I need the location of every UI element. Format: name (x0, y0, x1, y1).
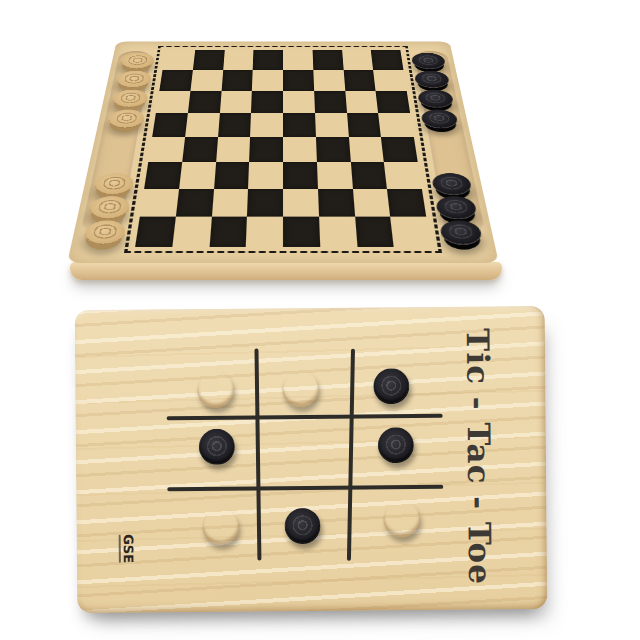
checkers-square (371, 50, 403, 70)
checkers-square (317, 162, 353, 189)
checkers-square (148, 137, 185, 162)
checkers-square (352, 189, 390, 217)
wood-checker-piece (111, 90, 149, 108)
product-photo-stage: Tic - Tac - Toe GSE (0, 0, 640, 640)
wood-checker-piece (107, 110, 146, 129)
wood-checker-on-tictactoe (197, 372, 233, 408)
checkers-square (211, 189, 248, 217)
checkers-square (176, 189, 214, 217)
checkers-square (249, 137, 283, 162)
checkers-square (316, 137, 351, 162)
checkers-square (188, 91, 222, 113)
checkers-square (223, 50, 254, 70)
checkers-board (67, 42, 499, 264)
checkers-square (221, 70, 253, 91)
black-checker-on-tictactoe (199, 429, 235, 465)
checkers-board-side-edge (70, 262, 502, 280)
checkers-square (135, 217, 175, 247)
checkers-square (283, 50, 313, 70)
checkers-square (373, 70, 406, 91)
checkers-square (144, 162, 182, 189)
wood-checker-on-tictactoe (202, 509, 238, 545)
ttt-grid-line-horizontal-1 (167, 414, 443, 420)
gse-logo-tagline-mark (119, 535, 121, 563)
checkers-square (250, 113, 283, 137)
wood-checker-on-tictactoe (282, 371, 318, 407)
checkers-square (251, 91, 283, 113)
checkers-square (378, 113, 413, 137)
checkers-square (387, 189, 426, 217)
checkers-square (253, 50, 283, 70)
checkers-square (318, 189, 355, 217)
checkers-square (315, 113, 349, 137)
checkers-square (252, 70, 283, 91)
gse-logo-text: GSE (122, 531, 134, 567)
checkers-square (283, 137, 317, 162)
tictactoe-board: Tic - Tac - Toe GSE (75, 306, 548, 613)
tictactoe-title: Tic - Tac - Toe (456, 326, 502, 586)
checkers-square (381, 137, 418, 162)
ttt-pieces (75, 306, 545, 310)
checkers-square (140, 189, 179, 217)
checkers-square (219, 91, 252, 113)
ttt-grid-line-horizontal-2 (167, 485, 443, 491)
checkers-square (355, 217, 394, 247)
checkers-square (163, 50, 195, 70)
checkers-square (216, 137, 251, 162)
checkers-square (283, 113, 316, 137)
checkers-square (347, 113, 382, 137)
wood-checker-piece (120, 53, 156, 69)
checkers-square (246, 217, 283, 247)
wood-checker-piece (116, 71, 153, 88)
checkers-play-area (124, 46, 442, 253)
checkers-square (376, 91, 410, 113)
checkers-square (283, 217, 320, 247)
checkers-grid (135, 50, 431, 247)
checkers-square (348, 137, 384, 162)
checkers-square (312, 50, 343, 70)
black-checker-on-tictactoe (378, 427, 414, 463)
ttt-grid-line-vertical-2 (347, 349, 355, 561)
checkers-square (218, 113, 252, 137)
checkers-square (390, 217, 430, 247)
checkers-board-top-face (67, 42, 499, 264)
wood-checker-on-tictactoe (383, 501, 419, 537)
checkers-square (283, 189, 319, 217)
checkers-square (283, 70, 314, 91)
checkers-square (193, 50, 225, 70)
checkers-square (314, 91, 347, 113)
checkers-square (152, 113, 187, 137)
checkers-square (247, 189, 283, 217)
checkers-square (313, 70, 345, 91)
checkers-square (159, 70, 192, 91)
black-checker-on-tictactoe (373, 368, 409, 404)
checkers-square (350, 162, 387, 189)
gse-logo: GSE (116, 531, 134, 567)
checkers-square (185, 113, 220, 137)
checkers-square (342, 50, 374, 70)
checkers-square (345, 91, 379, 113)
checkers-square (190, 70, 223, 91)
ttt-grid-line-vertical-1 (254, 348, 261, 560)
checkers-square (283, 91, 315, 113)
checkers-square (209, 217, 247, 247)
checkers-square (156, 91, 190, 113)
checkers-square (384, 162, 422, 189)
checkers-square (172, 217, 211, 247)
checkers-square (182, 137, 218, 162)
checkers-square (214, 162, 250, 189)
checkers-square (343, 70, 376, 91)
checkers-square (248, 162, 283, 189)
black-checker-on-tictactoe (284, 508, 320, 544)
checkers-square (319, 217, 357, 247)
checkers-square (283, 162, 318, 189)
checkers-square (179, 162, 216, 189)
